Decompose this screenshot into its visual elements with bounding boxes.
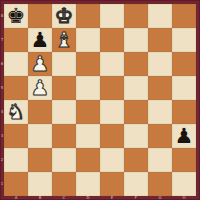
file-label: a [4,196,28,200]
square-a6[interactable] [4,52,28,76]
square-h8[interactable] [172,4,196,28]
square-b3[interactable] [28,124,52,148]
piece-black-king-icon[interactable]: ♚ [7,4,26,28]
square-c6[interactable] [52,52,76,76]
square-g5[interactable] [148,76,172,100]
square-e8[interactable] [100,4,124,28]
square-g1[interactable] [148,172,172,196]
square-f5[interactable] [124,76,148,100]
square-e1[interactable] [100,172,124,196]
square-d2[interactable] [76,148,100,172]
piece-white-king-icon[interactable]: ♚ [55,4,74,28]
rank-label: 3 [0,134,4,138]
square-f3[interactable] [124,124,148,148]
file-label: h [172,196,196,200]
square-f4[interactable] [124,100,148,124]
file-label: e [100,196,124,200]
square-c4[interactable] [52,100,76,124]
square-d7[interactable] [76,28,100,52]
square-h5[interactable] [172,76,196,100]
board-grid: ♚♚♟♝♟♟♞♟ [4,4,196,196]
square-c7[interactable]: ♝ [52,28,76,52]
square-d4[interactable] [76,100,100,124]
square-g3[interactable] [148,124,172,148]
piece-white-pawn-icon[interactable]: ♟ [31,76,50,100]
piece-white-pawn-icon[interactable]: ♟ [31,52,50,76]
square-f1[interactable] [124,172,148,196]
square-g2[interactable] [148,148,172,172]
square-a7[interactable] [4,28,28,52]
rank-label: 7 [0,38,4,42]
square-b6[interactable]: ♟ [28,52,52,76]
square-d5[interactable] [76,76,100,100]
rank-label: 5 [0,86,4,90]
square-a3[interactable] [4,124,28,148]
square-h6[interactable] [172,52,196,76]
square-f8[interactable] [124,4,148,28]
square-f2[interactable] [124,148,148,172]
square-h1[interactable] [172,172,196,196]
square-a4[interactable]: ♞ [4,100,28,124]
square-c3[interactable] [52,124,76,148]
rank-label: 2 [0,158,4,162]
chess-board: ♚♚♟♝♟♟♞♟ 87654321 abcdefgh [0,0,200,200]
square-d1[interactable] [76,172,100,196]
square-a5[interactable] [4,76,28,100]
rank-label: 8 [0,14,4,18]
square-g7[interactable] [148,28,172,52]
square-a1[interactable] [4,172,28,196]
square-h2[interactable] [172,148,196,172]
square-c8[interactable]: ♚ [52,4,76,28]
file-label: c [52,196,76,200]
square-e6[interactable] [100,52,124,76]
piece-white-bishop-icon[interactable]: ♝ [55,28,74,52]
square-g4[interactable] [148,100,172,124]
square-e2[interactable] [100,148,124,172]
square-a2[interactable] [4,148,28,172]
square-d3[interactable] [76,124,100,148]
file-label: f [124,196,148,200]
file-label: d [76,196,100,200]
square-b5[interactable]: ♟ [28,76,52,100]
square-g8[interactable] [148,4,172,28]
piece-white-knight-icon[interactable]: ♞ [7,100,26,124]
square-h3[interactable]: ♟ [172,124,196,148]
square-b4[interactable] [28,100,52,124]
square-b7[interactable]: ♟ [28,28,52,52]
rank-label: 6 [0,62,4,66]
square-e3[interactable] [100,124,124,148]
square-e5[interactable] [100,76,124,100]
square-f7[interactable] [124,28,148,52]
square-d8[interactable] [76,4,100,28]
piece-black-pawn-icon[interactable]: ♟ [175,124,194,148]
file-label: g [148,196,172,200]
square-h4[interactable] [172,100,196,124]
square-h7[interactable] [172,28,196,52]
square-e4[interactable] [100,100,124,124]
square-f6[interactable] [124,52,148,76]
square-c2[interactable] [52,148,76,172]
square-c1[interactable] [52,172,76,196]
square-c5[interactable] [52,76,76,100]
rank-label: 4 [0,110,4,114]
square-b8[interactable] [28,4,52,28]
rank-label: 1 [0,182,4,186]
square-a8[interactable]: ♚ [4,4,28,28]
square-d6[interactable] [76,52,100,76]
square-b1[interactable] [28,172,52,196]
square-b2[interactable] [28,148,52,172]
file-label: b [28,196,52,200]
square-g6[interactable] [148,52,172,76]
square-e7[interactable] [100,28,124,52]
piece-black-pawn-icon[interactable]: ♟ [31,28,50,52]
